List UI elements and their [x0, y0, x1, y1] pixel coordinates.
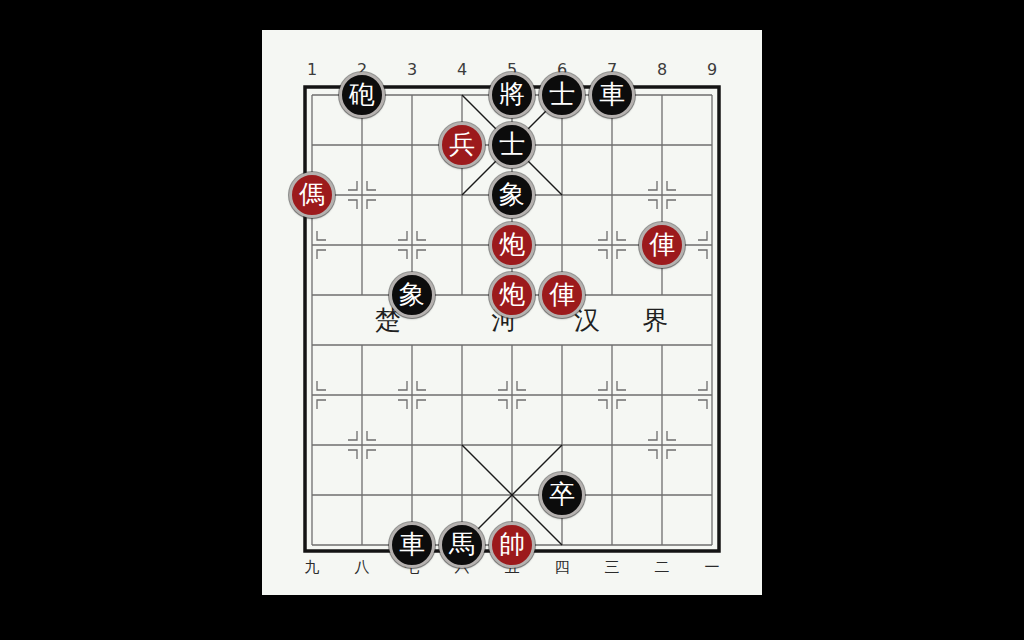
black-general[interactable]: 將 — [489, 72, 535, 118]
intersection — [387, 120, 437, 170]
intersection — [687, 520, 737, 570]
intersection — [437, 270, 487, 320]
intersection — [387, 170, 437, 220]
black-horse[interactable]: 馬 — [439, 522, 485, 568]
intersection — [537, 370, 587, 420]
intersection — [337, 420, 387, 470]
piece-glyph: 砲 — [349, 81, 375, 107]
intersection — [587, 520, 637, 570]
intersection — [687, 120, 737, 170]
intersection — [387, 420, 437, 470]
intersection: 象 — [487, 170, 537, 220]
red-soldier[interactable]: 兵 — [439, 122, 485, 168]
intersection — [537, 220, 587, 270]
intersection: 砲 — [337, 70, 387, 120]
red-horse[interactable]: 傌 — [289, 172, 335, 218]
intersection: 卒 — [537, 470, 587, 520]
intersection — [487, 420, 537, 470]
intersection — [337, 220, 387, 270]
intersection — [387, 70, 437, 120]
black-cannon[interactable]: 砲 — [339, 72, 385, 118]
red-chariot[interactable]: 俥 — [539, 272, 585, 318]
piece-glyph: 炮 — [499, 231, 525, 257]
intersection — [337, 170, 387, 220]
red-cannon[interactable]: 炮 — [489, 272, 535, 318]
intersection — [387, 470, 437, 520]
intersection — [287, 470, 337, 520]
intersection — [687, 420, 737, 470]
black-elephant[interactable]: 象 — [389, 272, 435, 318]
intersection — [637, 470, 687, 520]
intersection — [287, 420, 337, 470]
black-soldier[interactable]: 卒 — [539, 472, 585, 518]
intersection — [437, 470, 487, 520]
intersection — [587, 270, 637, 320]
intersection: 象 — [387, 270, 437, 320]
screen: 123456789 九八七六五四三二一 楚 河 汉 界 砲將士車兵士傌象炮俥象炮… — [0, 0, 1024, 640]
piece-glyph: 馬 — [449, 531, 475, 557]
piece-glyph: 車 — [399, 531, 425, 557]
piece-glyph: 象 — [499, 181, 525, 207]
piece-glyph: 炮 — [499, 281, 525, 307]
intersection: 馬 — [437, 520, 487, 570]
red-cannon[interactable]: 炮 — [489, 222, 535, 268]
intersection — [537, 520, 587, 570]
intersection — [587, 220, 637, 270]
intersection — [487, 370, 537, 420]
intersection — [437, 420, 487, 470]
intersection — [337, 120, 387, 170]
intersection — [287, 320, 337, 370]
intersection — [437, 320, 487, 370]
intersection: 俥 — [637, 220, 687, 270]
intersection — [287, 220, 337, 270]
intersection — [337, 470, 387, 520]
intersection — [587, 420, 637, 470]
intersection — [687, 270, 737, 320]
intersection — [587, 120, 637, 170]
intersection — [437, 220, 487, 270]
intersection: 炮 — [487, 270, 537, 320]
red-chariot[interactable]: 俥 — [639, 222, 685, 268]
intersection: 車 — [587, 70, 637, 120]
piece-glyph: 將 — [499, 81, 525, 107]
intersection — [687, 170, 737, 220]
red-general[interactable]: 帥 — [489, 522, 535, 568]
intersection: 傌 — [287, 170, 337, 220]
black-elephant[interactable]: 象 — [489, 172, 535, 218]
intersection — [487, 470, 537, 520]
piece-glyph: 傌 — [299, 181, 325, 207]
intersection — [687, 470, 737, 520]
piece-glyph: 象 — [399, 281, 425, 307]
black-advisor[interactable]: 士 — [539, 72, 585, 118]
intersection: 帥 — [487, 520, 537, 570]
piece-glyph: 俥 — [649, 231, 675, 257]
piece-glyph: 士 — [499, 131, 525, 157]
intersection — [337, 270, 387, 320]
intersection — [687, 220, 737, 270]
intersection: 士 — [537, 70, 587, 120]
board: 砲將士車兵士傌象炮俥象炮俥卒車馬帥 — [287, 70, 737, 570]
intersection — [387, 320, 437, 370]
intersection — [637, 520, 687, 570]
intersection — [337, 370, 387, 420]
piece-glyph: 兵 — [449, 131, 475, 157]
piece-glyph: 帥 — [499, 531, 525, 557]
intersection — [637, 270, 687, 320]
black-chariot[interactable]: 車 — [389, 522, 435, 568]
intersection — [637, 70, 687, 120]
intersection — [287, 370, 337, 420]
intersection — [287, 70, 337, 120]
intersection — [337, 320, 387, 370]
black-advisor[interactable]: 士 — [489, 122, 535, 168]
intersection — [537, 420, 587, 470]
piece-glyph: 車 — [599, 81, 625, 107]
intersection — [287, 270, 337, 320]
intersection — [637, 370, 687, 420]
intersection — [387, 370, 437, 420]
intersection — [637, 120, 687, 170]
intersection — [687, 320, 737, 370]
intersection — [637, 320, 687, 370]
intersection — [337, 520, 387, 570]
intersection — [687, 370, 737, 420]
intersection — [587, 170, 637, 220]
intersection — [537, 120, 587, 170]
intersection — [587, 370, 637, 420]
intersection — [537, 170, 587, 220]
piece-glyph: 俥 — [549, 281, 575, 307]
intersection — [637, 420, 687, 470]
intersection: 炮 — [487, 220, 537, 270]
intersection — [437, 370, 487, 420]
intersection — [487, 320, 537, 370]
intersection: 車 — [387, 520, 437, 570]
black-chariot[interactable]: 車 — [589, 72, 635, 118]
intersection — [587, 470, 637, 520]
intersection — [537, 320, 587, 370]
intersection — [287, 520, 337, 570]
piece-glyph: 士 — [549, 81, 575, 107]
intersection — [637, 170, 687, 220]
intersection: 士 — [487, 120, 537, 170]
xiangqi-board-panel: 123456789 九八七六五四三二一 楚 河 汉 界 砲將士車兵士傌象炮俥象炮… — [262, 30, 762, 595]
intersection — [387, 220, 437, 270]
intersection — [587, 320, 637, 370]
intersection: 俥 — [537, 270, 587, 320]
intersection — [687, 70, 737, 120]
intersection: 將 — [487, 70, 537, 120]
intersection: 兵 — [437, 120, 487, 170]
piece-glyph: 卒 — [549, 481, 575, 507]
intersection — [287, 120, 337, 170]
intersection — [437, 70, 487, 120]
intersection — [437, 170, 487, 220]
